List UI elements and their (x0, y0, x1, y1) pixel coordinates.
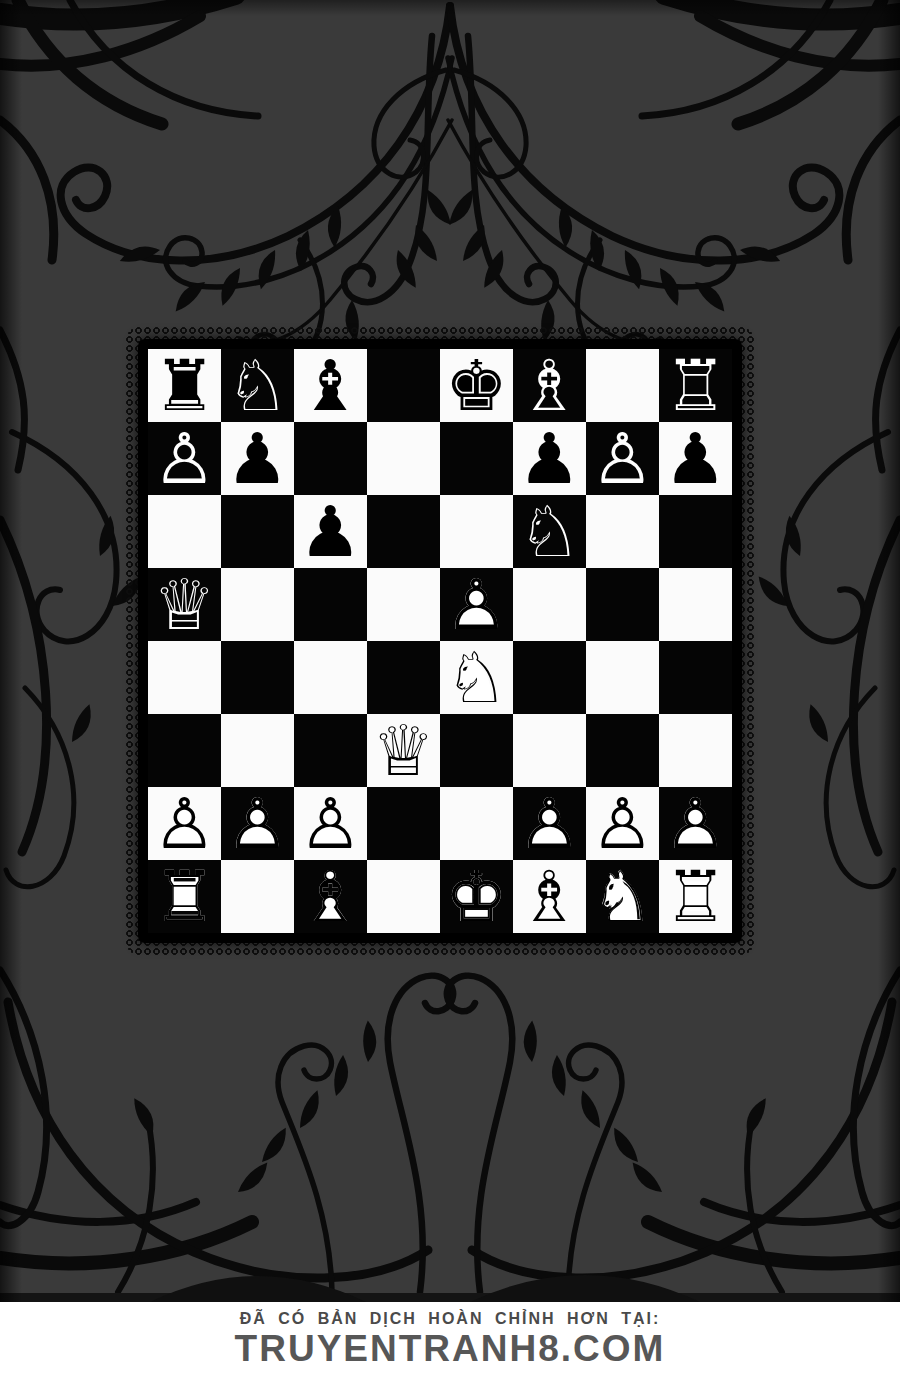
piece-glyph: ♟ (294, 495, 367, 568)
square-f6: ♘ (513, 495, 586, 568)
footer-site: TRUYENTRANH8.COM (0, 1328, 900, 1370)
piece-glyph: ♖ (659, 860, 732, 933)
piece-glyph: ♗ (513, 349, 586, 422)
square-g2: ♟♙ (586, 787, 659, 860)
square-a1: ♜♖ (148, 860, 221, 933)
piece-black-knight: ♘ (221, 349, 294, 422)
square-c2: ♟♙ (294, 787, 367, 860)
square-b5 (221, 568, 294, 641)
piece-glyph: ♘ (586, 860, 659, 933)
square-h5 (659, 568, 732, 641)
piece-glyph: ♙ (659, 787, 732, 860)
square-e7 (440, 422, 513, 495)
piece-glyph: ♚ (440, 349, 513, 422)
square-d6 (367, 495, 440, 568)
piece-white-queen: ♛♕ (367, 714, 440, 787)
piece-glyph: ♖ (659, 349, 732, 422)
square-c4 (294, 641, 367, 714)
square-e5: ♟♙ (440, 568, 513, 641)
piece-glyph: ♙ (148, 422, 221, 495)
piece-glyph: ♘ (513, 495, 586, 568)
piece-black-pawn: ♟ (221, 422, 294, 495)
square-b2: ♟♙ (221, 787, 294, 860)
piece-black-pawn: ♟ (513, 422, 586, 495)
piece-white-pawn: ♟♙ (586, 787, 659, 860)
square-a7: ♙ (148, 422, 221, 495)
piece-white-pawn: ♟♙ (659, 787, 732, 860)
square-e4: ♞♘ (440, 641, 513, 714)
square-g8 (586, 349, 659, 422)
square-h1: ♜♖ (659, 860, 732, 933)
square-b1 (221, 860, 294, 933)
piece-black-king: ♚ (440, 349, 513, 422)
piece-glyph: ♟ (221, 422, 294, 495)
square-e6 (440, 495, 513, 568)
board-frame: ♜♘♝♚♗♖♙♟♟♙♟♟♘♕♟♙♞♘♛♕♟♙♟♙♟♙♟♙♟♙♟♙♜♖♝♗♚♔♝♗… (138, 339, 742, 943)
piece-white-bishop: ♝♗ (513, 860, 586, 933)
square-d4 (367, 641, 440, 714)
square-d1 (367, 860, 440, 933)
square-a3 (148, 714, 221, 787)
piece-glyph: ♙ (586, 787, 659, 860)
square-d3: ♛♕ (367, 714, 440, 787)
square-e1: ♚♔ (440, 860, 513, 933)
piece-white-rook: ♜♖ (659, 860, 732, 933)
piece-white-rook: ♜♖ (148, 860, 221, 933)
piece-white-pawn: ♟♙ (513, 787, 586, 860)
square-c5 (294, 568, 367, 641)
square-b7: ♟ (221, 422, 294, 495)
square-e3 (440, 714, 513, 787)
square-c6: ♟ (294, 495, 367, 568)
square-h3 (659, 714, 732, 787)
square-c3 (294, 714, 367, 787)
square-f2: ♟♙ (513, 787, 586, 860)
piece-black-bishop: ♗ (513, 349, 586, 422)
piece-white-pawn: ♟♙ (221, 787, 294, 860)
square-b4 (221, 641, 294, 714)
piece-white-king: ♚♔ (440, 860, 513, 933)
square-g1: ♞♘ (586, 860, 659, 933)
square-f4 (513, 641, 586, 714)
piece-white-knight: ♞♘ (586, 860, 659, 933)
square-c7 (294, 422, 367, 495)
piece-white-pawn: ♟♙ (294, 787, 367, 860)
piece-white-bishop: ♝♗ (294, 860, 367, 933)
piece-glyph: ♗ (513, 860, 586, 933)
square-a2: ♟♙ (148, 787, 221, 860)
square-h2: ♟♙ (659, 787, 732, 860)
piece-black-pawn: ♟ (294, 495, 367, 568)
square-g4 (586, 641, 659, 714)
square-f1: ♝♗ (513, 860, 586, 933)
square-d8 (367, 349, 440, 422)
square-f7: ♟ (513, 422, 586, 495)
piece-black-pawn: ♙ (148, 422, 221, 495)
piece-black-queen: ♕ (148, 568, 221, 641)
square-a5: ♕ (148, 568, 221, 641)
square-f3 (513, 714, 586, 787)
manga-page: ♜♘♝♚♗♖♙♟♟♙♟♟♘♕♟♙♞♘♛♕♟♙♟♙♟♙♟♙♟♙♟♙♜♖♝♗♚♔♝♗… (0, 0, 900, 1375)
piece-glyph: ♔ (440, 860, 513, 933)
square-h8: ♖ (659, 349, 732, 422)
square-h4 (659, 641, 732, 714)
piece-black-pawn: ♟ (659, 422, 732, 495)
piece-black-pawn: ♙ (586, 422, 659, 495)
square-g6 (586, 495, 659, 568)
square-g7: ♙ (586, 422, 659, 495)
square-h6 (659, 495, 732, 568)
square-c8: ♝ (294, 349, 367, 422)
footer-note: ĐÃ CÓ BẢN DỊCH HOÀN CHỈNH HƠN TẠI: (0, 1310, 900, 1328)
square-d7 (367, 422, 440, 495)
piece-glyph: ♙ (294, 787, 367, 860)
piece-black-bishop: ♝ (294, 349, 367, 422)
piece-white-knight: ♞♘ (440, 641, 513, 714)
piece-black-rook: ♜ (148, 349, 221, 422)
square-g5 (586, 568, 659, 641)
piece-glyph: ♙ (586, 422, 659, 495)
square-b3 (221, 714, 294, 787)
piece-glyph: ♘ (221, 349, 294, 422)
piece-glyph: ♜ (148, 349, 221, 422)
piece-glyph: ♟ (513, 422, 586, 495)
square-f8: ♗ (513, 349, 586, 422)
square-g3 (586, 714, 659, 787)
piece-glyph: ♗ (294, 860, 367, 933)
chessboard-panel: ♜♘♝♚♗♖♙♟♟♙♟♟♘♕♟♙♞♘♛♕♟♙♟♙♟♙♟♙♟♙♟♙♜♖♝♗♚♔♝♗… (138, 339, 742, 943)
square-b8: ♘ (221, 349, 294, 422)
piece-glyph: ♙ (440, 568, 513, 641)
piece-glyph: ♖ (148, 860, 221, 933)
piece-glyph: ♟ (659, 422, 732, 495)
piece-glyph: ♝ (294, 349, 367, 422)
square-c1: ♝♗ (294, 860, 367, 933)
square-d5 (367, 568, 440, 641)
chess-board: ♜♘♝♚♗♖♙♟♟♙♟♟♘♕♟♙♞♘♛♕♟♙♟♙♟♙♟♙♟♙♟♙♜♖♝♗♚♔♝♗… (148, 349, 732, 933)
piece-glyph: ♕ (148, 568, 221, 641)
square-a6 (148, 495, 221, 568)
square-b6 (221, 495, 294, 568)
piece-glyph: ♘ (440, 641, 513, 714)
square-a8: ♜ (148, 349, 221, 422)
piece-white-pawn: ♟♙ (440, 568, 513, 641)
square-a4 (148, 641, 221, 714)
footer-banner: ĐÃ CÓ BẢN DỊCH HOÀN CHỈNH HƠN TẠI: TRUYE… (0, 1302, 900, 1375)
square-d2 (367, 787, 440, 860)
square-h7: ♟ (659, 422, 732, 495)
piece-glyph: ♙ (513, 787, 586, 860)
square-f5 (513, 568, 586, 641)
square-e8: ♚ (440, 349, 513, 422)
piece-white-pawn: ♟♙ (148, 787, 221, 860)
piece-glyph: ♙ (148, 787, 221, 860)
square-e2 (440, 787, 513, 860)
piece-glyph: ♕ (367, 714, 440, 787)
piece-glyph: ♙ (221, 787, 294, 860)
piece-black-rook: ♖ (659, 349, 732, 422)
piece-black-knight: ♘ (513, 495, 586, 568)
